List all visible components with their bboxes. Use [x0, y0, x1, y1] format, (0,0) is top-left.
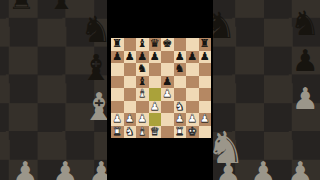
background-bishop-silhouette: ♝: [48, 0, 75, 14]
square-e1[interactable]: [161, 126, 174, 139]
square-h4[interactable]: [199, 88, 212, 101]
square-b5[interactable]: [124, 76, 137, 89]
square-c6[interactable]: ♞: [136, 63, 149, 76]
black-knight-f6[interactable]: ♞: [175, 63, 185, 76]
square-g2[interactable]: ♟: [186, 113, 199, 126]
square-a1[interactable]: ♜: [111, 126, 124, 139]
square-f4[interactable]: [174, 88, 187, 101]
white-pawn-f2[interactable]: ♟: [175, 113, 185, 126]
square-a7[interactable]: ♟: [111, 51, 124, 64]
black-pawn-d7[interactable]: ♟: [150, 51, 160, 64]
background-pawn-silhouette: ♟: [292, 46, 319, 76]
background-knight-silhouette: ♞: [290, 6, 320, 40]
square-b4[interactable]: [124, 88, 137, 101]
square-f6[interactable]: ♞: [174, 63, 187, 76]
background-rook-silhouette: ♜: [8, 0, 35, 14]
white-pawn-a2[interactable]: ♟: [112, 113, 122, 126]
square-d3[interactable]: ♟: [149, 101, 162, 114]
square-g5[interactable]: [186, 76, 199, 89]
square-b7[interactable]: ♟: [124, 51, 137, 64]
square-c4[interactable]: ♝: [136, 88, 149, 101]
square-d8[interactable]: ♛: [149, 38, 162, 51]
white-rook-a1[interactable]: ♜: [112, 126, 122, 139]
white-pawn-c2[interactable]: ♟: [137, 113, 147, 126]
square-d2[interactable]: [149, 113, 162, 126]
black-pawn-g7[interactable]: ♟: [187, 51, 197, 64]
square-d4[interactable]: [149, 88, 162, 101]
black-pawn-h7[interactable]: ♟: [200, 51, 210, 64]
black-bishop-c8[interactable]: ♝: [137, 38, 147, 51]
square-g1[interactable]: ♚: [186, 126, 199, 139]
square-a2[interactable]: ♟: [111, 113, 124, 126]
square-a6[interactable]: [111, 63, 124, 76]
white-king-g1[interactable]: ♚: [187, 126, 197, 139]
square-g6[interactable]: [186, 63, 199, 76]
black-pawn-a7[interactable]: ♟: [112, 51, 122, 64]
square-f1[interactable]: ♜: [174, 126, 187, 139]
background-pawn-silhouette: ♟: [250, 158, 277, 180]
black-rook-h8[interactable]: ♜: [200, 38, 210, 51]
square-g4[interactable]: [186, 88, 199, 101]
white-pawn-e4[interactable]: ♟: [162, 88, 172, 101]
square-e6[interactable]: [161, 63, 174, 76]
white-queen-d1[interactable]: ♛: [150, 126, 160, 139]
square-e8[interactable]: ♚: [161, 38, 174, 51]
white-pawn-d3[interactable]: ♟: [150, 101, 160, 114]
white-bishop-c4[interactable]: ♝: [137, 88, 147, 101]
black-pawn-b7[interactable]: ♟: [125, 51, 135, 64]
background-pawn-silhouette: ♟: [52, 158, 79, 180]
square-h2[interactable]: ♟: [199, 113, 212, 126]
square-d5[interactable]: [149, 76, 162, 89]
black-rook-a8[interactable]: ♜: [112, 38, 122, 51]
square-b1[interactable]: ♞: [124, 126, 137, 139]
square-h8[interactable]: ♜: [199, 38, 212, 51]
white-bishop-c1[interactable]: ♝: [137, 126, 147, 139]
black-king-e8[interactable]: ♚: [162, 38, 172, 51]
square-c2[interactable]: ♟: [136, 113, 149, 126]
white-pawn-h2[interactable]: ♟: [200, 113, 210, 126]
square-d7[interactable]: ♟: [149, 51, 162, 64]
black-knight-c6[interactable]: ♞: [137, 63, 147, 76]
square-e7[interactable]: [161, 51, 174, 64]
square-d6[interactable]: [149, 63, 162, 76]
square-h7[interactable]: ♟: [199, 51, 212, 64]
square-c8[interactable]: ♝: [136, 38, 149, 51]
square-b8[interactable]: [124, 38, 137, 51]
square-a5[interactable]: [111, 76, 124, 89]
white-knight-b1[interactable]: ♞: [125, 126, 135, 139]
chessboard: ♜♝♛♚♜♟♟♟♟♟♟♟♞♞♝♟♝♟♟♞♟♟♟♟♟♟♜♞♝♛♜♚: [111, 38, 211, 138]
background-pawn-silhouette: ♟: [292, 84, 319, 114]
square-d1[interactable]: ♛: [149, 126, 162, 139]
square-g8[interactable]: [186, 38, 199, 51]
video-frame: ♜♝♞♝♝♞♞♞♟♟♟♟♟♟♟♟ ♜♝♛♚♜♟♟♟♟♟♟♟♞♞♝♟♝♟♟♞♟♟♟…: [0, 0, 320, 180]
square-c1[interactable]: ♝: [136, 126, 149, 139]
square-e2[interactable]: [161, 113, 174, 126]
background-pawn-silhouette: ♟: [215, 158, 242, 180]
background-pawn-silhouette: ♟: [287, 158, 314, 180]
square-f5[interactable]: [174, 76, 187, 89]
square-h1[interactable]: [199, 126, 212, 139]
square-b6[interactable]: [124, 63, 137, 76]
square-f2[interactable]: ♟: [174, 113, 187, 126]
square-h6[interactable]: [199, 63, 212, 76]
square-g7[interactable]: ♟: [186, 51, 199, 64]
square-b2[interactable]: ♟: [124, 113, 137, 126]
white-pawn-g2[interactable]: ♟: [187, 113, 197, 126]
square-e4[interactable]: ♟: [161, 88, 174, 101]
square-a4[interactable]: [111, 88, 124, 101]
square-e3[interactable]: [161, 101, 174, 114]
square-f8[interactable]: [174, 38, 187, 51]
black-queen-d8[interactable]: ♛: [150, 38, 160, 51]
square-a8[interactable]: ♜: [111, 38, 124, 51]
white-rook-f1[interactable]: ♜: [175, 126, 185, 139]
white-pawn-b2[interactable]: ♟: [125, 113, 135, 126]
background-pawn-silhouette: ♟: [12, 158, 39, 180]
square-h5[interactable]: [199, 76, 212, 89]
